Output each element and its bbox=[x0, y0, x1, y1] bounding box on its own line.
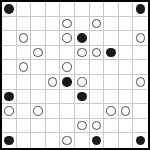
white-pearl bbox=[33, 48, 43, 58]
cell-r9c5[interactable] bbox=[75, 133, 90, 148]
cell-r5c9[interactable] bbox=[133, 75, 148, 90]
cell-r9c7[interactable] bbox=[104, 133, 119, 148]
cell-r6c5[interactable] bbox=[75, 90, 90, 105]
cell-r9c6[interactable] bbox=[90, 133, 105, 148]
cell-r8c4[interactable] bbox=[60, 119, 75, 134]
white-pearl bbox=[77, 121, 87, 131]
cell-r0c7[interactable] bbox=[104, 2, 119, 17]
black-pearl bbox=[136, 136, 146, 146]
cell-r2c1[interactable] bbox=[17, 31, 32, 46]
cell-r5c8[interactable] bbox=[119, 75, 134, 90]
cell-r7c1[interactable] bbox=[17, 104, 32, 119]
cell-r7c3[interactable] bbox=[46, 104, 61, 119]
white-pearl bbox=[106, 106, 116, 116]
cell-r9c0[interactable] bbox=[2, 133, 17, 148]
cell-r6c2[interactable] bbox=[31, 90, 46, 105]
cell-r3c2[interactable] bbox=[31, 46, 46, 61]
cell-r8c0[interactable] bbox=[2, 119, 17, 134]
black-pearl bbox=[77, 33, 87, 43]
cell-r4c6[interactable] bbox=[90, 60, 105, 75]
cell-r1c0[interactable] bbox=[2, 17, 17, 32]
cell-r2c6[interactable] bbox=[90, 31, 105, 46]
cell-r9c4[interactable] bbox=[60, 133, 75, 148]
cell-r7c9[interactable] bbox=[133, 104, 148, 119]
cell-r8c3[interactable] bbox=[46, 119, 61, 134]
black-pearl bbox=[106, 48, 116, 58]
cell-r5c5[interactable] bbox=[75, 75, 90, 90]
white-pearl bbox=[77, 48, 87, 58]
cell-r4c3[interactable] bbox=[46, 60, 61, 75]
white-pearl bbox=[92, 121, 102, 131]
cell-r4c8[interactable] bbox=[119, 60, 134, 75]
cell-r4c7[interactable] bbox=[104, 60, 119, 75]
black-pearl bbox=[136, 4, 146, 14]
cell-r6c1[interactable] bbox=[17, 90, 32, 105]
cell-r0c8[interactable] bbox=[119, 2, 134, 17]
cell-r8c6[interactable] bbox=[90, 119, 105, 134]
cell-r6c4[interactable] bbox=[60, 90, 75, 105]
cell-r7c6[interactable] bbox=[90, 104, 105, 119]
cell-r3c3[interactable] bbox=[46, 46, 61, 61]
cell-r2c9[interactable] bbox=[133, 31, 148, 46]
cell-r7c8[interactable] bbox=[119, 104, 134, 119]
cell-r2c8[interactable] bbox=[119, 31, 134, 46]
cell-r1c6[interactable] bbox=[90, 17, 105, 32]
masyu-board bbox=[0, 0, 150, 150]
cell-r3c5[interactable] bbox=[75, 46, 90, 61]
cell-r0c4[interactable] bbox=[60, 2, 75, 17]
cell-r2c0[interactable] bbox=[2, 31, 17, 46]
cell-r9c3[interactable] bbox=[46, 133, 61, 148]
white-pearl bbox=[121, 106, 131, 116]
cell-r1c1[interactable] bbox=[17, 17, 32, 32]
cell-r8c1[interactable] bbox=[17, 119, 32, 134]
cell-r8c7[interactable] bbox=[104, 119, 119, 134]
black-pearl bbox=[77, 92, 87, 102]
cell-r5c7[interactable] bbox=[104, 75, 119, 90]
cell-r7c5[interactable] bbox=[75, 104, 90, 119]
cell-r0c5[interactable] bbox=[75, 2, 90, 17]
cell-r3c4[interactable] bbox=[60, 46, 75, 61]
white-pearl bbox=[33, 106, 43, 116]
cell-r3c6[interactable] bbox=[90, 46, 105, 61]
white-pearl bbox=[62, 19, 72, 29]
cell-r1c4[interactable] bbox=[60, 17, 75, 32]
black-pearl bbox=[4, 4, 14, 14]
cell-r5c4[interactable] bbox=[60, 75, 75, 90]
white-pearl bbox=[62, 33, 72, 43]
white-pearl bbox=[19, 33, 29, 43]
cell-r8c2[interactable] bbox=[31, 119, 46, 134]
cell-r1c8[interactable] bbox=[119, 17, 134, 32]
cell-r5c6[interactable] bbox=[90, 75, 105, 90]
cell-r1c7[interactable] bbox=[104, 17, 119, 32]
cell-r3c9[interactable] bbox=[133, 46, 148, 61]
cell-r8c5[interactable] bbox=[75, 119, 90, 134]
cell-r6c0[interactable] bbox=[2, 90, 17, 105]
cell-r7c7[interactable] bbox=[104, 104, 119, 119]
cell-r2c3[interactable] bbox=[46, 31, 61, 46]
white-pearl bbox=[19, 62, 29, 72]
cell-r7c4[interactable] bbox=[60, 104, 75, 119]
cell-r1c3[interactable] bbox=[46, 17, 61, 32]
cell-r4c4[interactable] bbox=[60, 60, 75, 75]
black-pearl bbox=[4, 136, 14, 146]
cell-r5c0[interactable] bbox=[2, 75, 17, 90]
white-pearl bbox=[136, 33, 146, 43]
cell-r6c3[interactable] bbox=[46, 90, 61, 105]
cell-r4c2[interactable] bbox=[31, 60, 46, 75]
white-pearl bbox=[77, 77, 87, 87]
black-pearl bbox=[4, 92, 14, 102]
cell-r1c2[interactable] bbox=[31, 17, 46, 32]
cell-r1c5[interactable] bbox=[75, 17, 90, 32]
cell-r2c2[interactable] bbox=[31, 31, 46, 46]
cell-r3c8[interactable] bbox=[119, 46, 134, 61]
cell-r5c1[interactable] bbox=[17, 75, 32, 90]
white-pearl bbox=[62, 136, 72, 146]
cell-r5c2[interactable] bbox=[31, 75, 46, 90]
black-pearl bbox=[62, 77, 72, 87]
white-pearl bbox=[92, 19, 102, 29]
cell-r3c1[interactable] bbox=[17, 46, 32, 61]
cell-r6c6[interactable] bbox=[90, 90, 105, 105]
black-pearl bbox=[92, 136, 102, 146]
cell-r6c8[interactable] bbox=[119, 90, 134, 105]
cell-r6c9[interactable] bbox=[133, 90, 148, 105]
cell-r9c2[interactable] bbox=[31, 133, 46, 148]
cell-r8c9[interactable] bbox=[133, 119, 148, 134]
cell-r0c6[interactable] bbox=[90, 2, 105, 17]
cell-r2c7[interactable] bbox=[104, 31, 119, 46]
cell-r6c7[interactable] bbox=[104, 90, 119, 105]
cell-r4c9[interactable] bbox=[133, 60, 148, 75]
cell-r9c8[interactable] bbox=[119, 133, 134, 148]
cell-r3c0[interactable] bbox=[2, 46, 17, 61]
cell-r9c9[interactable] bbox=[133, 133, 148, 148]
cell-r0c9[interactable] bbox=[133, 2, 148, 17]
white-pearl bbox=[92, 48, 102, 58]
white-pearl bbox=[48, 77, 58, 87]
cell-r0c3[interactable] bbox=[46, 2, 61, 17]
cell-r7c2[interactable] bbox=[31, 104, 46, 119]
cell-r5c3[interactable] bbox=[46, 75, 61, 90]
white-pearl bbox=[136, 77, 146, 87]
cell-r9c1[interactable] bbox=[17, 133, 32, 148]
cell-r4c0[interactable] bbox=[2, 60, 17, 75]
cell-r1c9[interactable] bbox=[133, 17, 148, 32]
cell-r0c1[interactable] bbox=[17, 2, 32, 17]
cell-r7c0[interactable] bbox=[2, 104, 17, 119]
cell-r2c4[interactable] bbox=[60, 31, 75, 46]
cell-r2c5[interactable] bbox=[75, 31, 90, 46]
cell-r3c7[interactable] bbox=[104, 46, 119, 61]
cell-r4c1[interactable] bbox=[17, 60, 32, 75]
cell-r4c5[interactable] bbox=[75, 60, 90, 75]
white-pearl bbox=[62, 62, 72, 72]
cell-r0c2[interactable] bbox=[31, 2, 46, 17]
white-pearl bbox=[4, 106, 14, 116]
cell-r0c0[interactable] bbox=[2, 2, 17, 17]
cell-r8c8[interactable] bbox=[119, 119, 134, 134]
